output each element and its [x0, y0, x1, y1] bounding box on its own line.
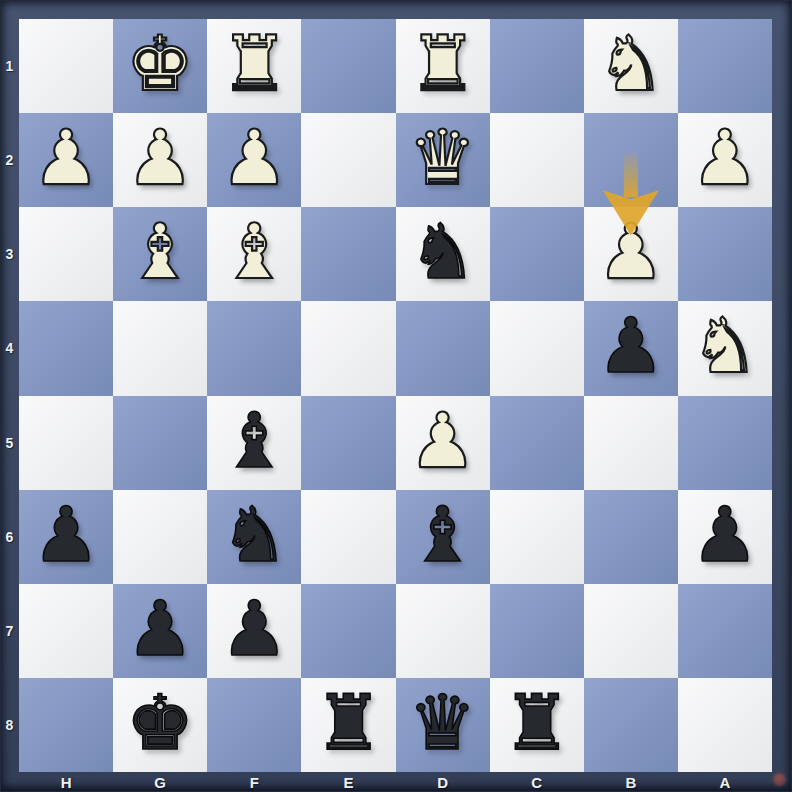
board-frame: ♚♜♜♞♟♟♟♛♟♝♝♞♟♟♞♝♟♟♞♝♟♟♟♚♜♛♜ 12345678 HGF… — [0, 0, 792, 792]
square-g5[interactable] — [113, 396, 207, 490]
rank-label-6: 6 — [0, 490, 19, 584]
white-queen[interactable]: ♛ — [408, 120, 476, 196]
square-e8[interactable]: ♜ — [301, 678, 395, 772]
square-f3[interactable]: ♝ — [207, 207, 301, 301]
square-b1[interactable]: ♞ — [584, 19, 678, 113]
black-pawn[interactable]: ♟ — [126, 591, 194, 667]
black-pawn[interactable]: ♟ — [220, 591, 288, 667]
black-king[interactable]: ♚ — [126, 685, 194, 761]
rank-label-3: 3 — [0, 207, 19, 301]
white-bishop[interactable]: ♝ — [126, 214, 194, 290]
white-pawn[interactable]: ♟ — [691, 120, 759, 196]
square-g4[interactable] — [113, 301, 207, 395]
white-rook[interactable]: ♜ — [408, 26, 476, 102]
black-bishop[interactable]: ♝ — [408, 497, 476, 573]
black-rook[interactable]: ♜ — [314, 685, 382, 761]
square-g8[interactable]: ♚ — [113, 678, 207, 772]
square-b3[interactable]: ♟ — [584, 207, 678, 301]
square-d5[interactable]: ♟ — [396, 396, 490, 490]
square-c1[interactable] — [490, 19, 584, 113]
square-d6[interactable]: ♝ — [396, 490, 490, 584]
square-a1[interactable] — [678, 19, 772, 113]
square-d2[interactable]: ♛ — [396, 113, 490, 207]
black-knight[interactable]: ♞ — [220, 497, 288, 573]
black-pawn[interactable]: ♟ — [597, 308, 665, 384]
rank-label-8: 8 — [0, 678, 19, 772]
square-c5[interactable] — [490, 396, 584, 490]
file-label-a: A — [678, 772, 772, 792]
white-pawn[interactable]: ♟ — [408, 403, 476, 479]
square-c8[interactable]: ♜ — [490, 678, 584, 772]
square-h8[interactable] — [19, 678, 113, 772]
white-rook[interactable]: ♜ — [220, 26, 288, 102]
rank-label-4: 4 — [0, 301, 19, 395]
white-king[interactable]: ♚ — [126, 26, 194, 102]
black-knight[interactable]: ♞ — [408, 214, 476, 290]
black-pawn[interactable]: ♟ — [32, 497, 100, 573]
file-label-e: E — [301, 772, 395, 792]
white-pawn[interactable]: ♟ — [126, 120, 194, 196]
square-g1[interactable]: ♚ — [113, 19, 207, 113]
square-h6[interactable]: ♟ — [19, 490, 113, 584]
square-e7[interactable] — [301, 584, 395, 678]
square-b4[interactable]: ♟ — [584, 301, 678, 395]
black-queen[interactable]: ♛ — [408, 685, 476, 761]
square-a6[interactable]: ♟ — [678, 490, 772, 584]
white-bishop[interactable]: ♝ — [220, 214, 288, 290]
white-pawn[interactable]: ♟ — [220, 120, 288, 196]
square-c4[interactable] — [490, 301, 584, 395]
square-e6[interactable] — [301, 490, 395, 584]
square-f4[interactable] — [207, 301, 301, 395]
square-b8[interactable] — [584, 678, 678, 772]
square-e5[interactable] — [301, 396, 395, 490]
square-b7[interactable] — [584, 584, 678, 678]
white-pawn[interactable]: ♟ — [597, 214, 665, 290]
white-knight[interactable]: ♞ — [691, 308, 759, 384]
square-e1[interactable] — [301, 19, 395, 113]
rank-label-2: 2 — [0, 113, 19, 207]
white-knight[interactable]: ♞ — [597, 26, 665, 102]
square-f7[interactable]: ♟ — [207, 584, 301, 678]
square-f6[interactable]: ♞ — [207, 490, 301, 584]
white-pawn[interactable]: ♟ — [32, 120, 100, 196]
file-labels: HGFEDCBA — [19, 772, 772, 792]
square-e4[interactable] — [301, 301, 395, 395]
square-f5[interactable]: ♝ — [207, 396, 301, 490]
file-label-d: D — [396, 772, 490, 792]
square-h3[interactable] — [19, 207, 113, 301]
square-h7[interactable] — [19, 584, 113, 678]
square-a2[interactable]: ♟ — [678, 113, 772, 207]
square-h5[interactable] — [19, 396, 113, 490]
square-e2[interactable] — [301, 113, 395, 207]
square-h4[interactable] — [19, 301, 113, 395]
square-b5[interactable] — [584, 396, 678, 490]
square-a8[interactable] — [678, 678, 772, 772]
file-label-f: F — [207, 772, 301, 792]
square-f1[interactable]: ♜ — [207, 19, 301, 113]
square-d7[interactable] — [396, 584, 490, 678]
file-label-g: G — [113, 772, 207, 792]
black-rook[interactable]: ♜ — [503, 685, 571, 761]
square-f2[interactable]: ♟ — [207, 113, 301, 207]
square-g2[interactable]: ♟ — [113, 113, 207, 207]
black-pawn[interactable]: ♟ — [691, 497, 759, 573]
square-f8[interactable] — [207, 678, 301, 772]
square-g6[interactable] — [113, 490, 207, 584]
rank-label-1: 1 — [0, 19, 19, 113]
chess-board: ♚♜♜♞♟♟♟♛♟♝♝♞♟♟♞♝♟♟♞♝♟♟♟♚♜♛♜ — [19, 19, 772, 772]
square-c3[interactable] — [490, 207, 584, 301]
square-b2[interactable] — [584, 113, 678, 207]
rank-label-7: 7 — [0, 584, 19, 678]
square-a3[interactable] — [678, 207, 772, 301]
file-label-h: H — [19, 772, 113, 792]
square-g3[interactable]: ♝ — [113, 207, 207, 301]
square-d8[interactable]: ♛ — [396, 678, 490, 772]
square-g7[interactable]: ♟ — [113, 584, 207, 678]
square-a4[interactable]: ♞ — [678, 301, 772, 395]
square-h1[interactable] — [19, 19, 113, 113]
square-c2[interactable] — [490, 113, 584, 207]
square-b6[interactable] — [584, 490, 678, 584]
file-label-b: B — [584, 772, 678, 792]
black-bishop[interactable]: ♝ — [220, 403, 288, 479]
rank-label-5: 5 — [0, 396, 19, 490]
square-c6[interactable] — [490, 490, 584, 584]
square-d1[interactable]: ♜ — [396, 19, 490, 113]
square-h2[interactable]: ♟ — [19, 113, 113, 207]
corner-marker — [773, 773, 786, 786]
square-e3[interactable] — [301, 207, 395, 301]
file-label-c: C — [490, 772, 584, 792]
square-d4[interactable] — [396, 301, 490, 395]
rank-labels: 12345678 — [0, 19, 19, 772]
square-c7[interactable] — [490, 584, 584, 678]
square-a5[interactable] — [678, 396, 772, 490]
square-d3[interactable]: ♞ — [396, 207, 490, 301]
square-a7[interactable] — [678, 584, 772, 678]
